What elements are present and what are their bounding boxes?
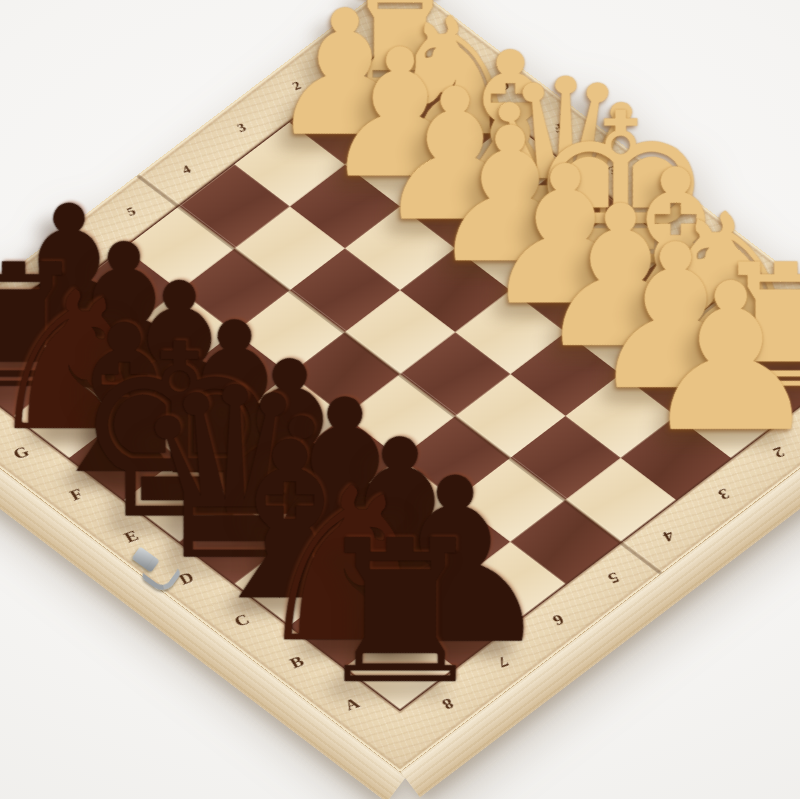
rank-label-4-hfile-side: 4 <box>180 163 193 176</box>
file-label-e-rank1-side: E <box>606 163 621 177</box>
rank-label-1-hfile-side: 1 <box>345 38 358 51</box>
file-label-e-rank8-side: E <box>122 528 142 545</box>
rank-label-5-afile-side: 5 <box>605 570 622 586</box>
rank-label-2-afile-side: 2 <box>771 444 788 460</box>
file-label-f-rank1-side: F <box>551 121 566 134</box>
file-label-d-rank1-side: D <box>661 205 677 219</box>
file-label-c-rank1-side: C <box>716 247 732 261</box>
rank-label-5-hfile-side: 5 <box>125 205 138 218</box>
rank-label-7-hfile-side: 7 <box>14 289 27 302</box>
rank-label-6-afile-side: 6 <box>550 612 567 628</box>
file-label-b-rank1-side: B <box>771 289 786 303</box>
scene: ♜♞♝♛♚♝♞♜♟♟♟♟♟♟♟♟♟♟♟♟♟♟♟♟♜♞♝♚♛♝♞♜ AABBCCD… <box>0 0 800 799</box>
rank-label-3-hfile-side: 3 <box>235 121 248 134</box>
file-label-f-rank8-side: F <box>67 486 86 503</box>
file-label-b-rank8-side: B <box>287 653 307 670</box>
rank-label-2-hfile-side: 2 <box>290 80 303 93</box>
file-label-g-rank8-side: G <box>10 444 31 462</box>
file-label-a-rank8-side: A <box>342 695 362 712</box>
rank-label-6-hfile-side: 6 <box>70 247 83 260</box>
rank-label-8-afile-side: 8 <box>440 696 457 712</box>
chess-board: ♜♞♝♛♚♝♞♜♟♟♟♟♟♟♟♟♟♟♟♟♟♟♟♟♜♞♝♚♛♝♞♜ AABBCCD… <box>0 0 800 772</box>
rank-label-3-afile-side: 3 <box>716 486 733 502</box>
file-label-h-rank1-side: H <box>440 37 457 51</box>
rank-label-4-afile-side: 4 <box>660 528 677 544</box>
file-label-g-rank1-side: G <box>495 79 512 93</box>
rank-label-7-afile-side: 7 <box>495 654 512 670</box>
file-label-c-rank8-side: C <box>231 611 251 628</box>
product-photo: { "game": "chess", "position": { "fen": … <box>0 0 800 799</box>
